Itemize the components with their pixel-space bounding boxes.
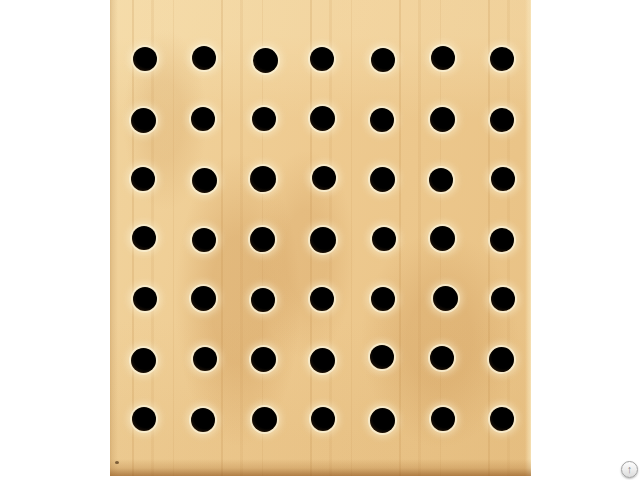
board-cell-r2c2 <box>174 89 234 149</box>
hole <box>131 167 155 191</box>
hole <box>491 167 515 191</box>
perforated-wood-panel <box>110 0 531 476</box>
board-cell-r7c1 <box>114 389 174 449</box>
board-cell-r1c5 <box>353 29 413 89</box>
board-cell-r6c5 <box>353 329 413 389</box>
hole <box>133 287 157 311</box>
board-cell-r1c3 <box>233 29 293 89</box>
hole <box>430 226 455 251</box>
hole <box>430 346 454 370</box>
back-to-top-button[interactable]: ↑ <box>621 461 638 478</box>
board-cell-r7c4 <box>293 389 353 449</box>
board-cell-r3c5 <box>353 149 413 209</box>
hole <box>431 407 455 431</box>
board-cell-r3c7 <box>472 149 532 209</box>
hole <box>310 287 334 311</box>
hole <box>489 347 514 372</box>
hole <box>132 226 156 250</box>
hole <box>490 407 514 431</box>
board-cell-r3c2 <box>174 149 234 209</box>
hole <box>433 286 458 311</box>
board-cell-r1c4 <box>293 29 353 89</box>
board-cell-r3c4 <box>293 149 353 209</box>
up-arrow-icon: ↑ <box>627 464 633 475</box>
hole <box>191 408 215 432</box>
board-cell-r6c7 <box>472 329 532 389</box>
hole <box>370 167 395 192</box>
hole <box>252 407 277 432</box>
hole <box>251 288 275 312</box>
hole <box>310 227 336 253</box>
hole <box>192 168 217 193</box>
hole <box>193 347 217 371</box>
board-cell-r2c7 <box>472 89 532 149</box>
hole <box>370 345 394 369</box>
hole <box>430 107 455 132</box>
board-cell-r5c4 <box>293 269 353 329</box>
hole <box>132 407 156 431</box>
hole <box>252 107 276 131</box>
board-cell-r7c5 <box>353 389 413 449</box>
board-cell-r4c1 <box>114 209 174 269</box>
board-cell-r6c1 <box>114 329 174 389</box>
wood-knot-speck <box>115 461 119 464</box>
board-cell-r7c6 <box>412 389 472 449</box>
board-cell-r2c6 <box>412 89 472 149</box>
board-cell-r6c6 <box>412 329 472 389</box>
board-cell-r5c6 <box>412 269 472 329</box>
board-cell-r6c2 <box>174 329 234 389</box>
hole <box>191 286 216 311</box>
board-cell-r7c3 <box>233 389 293 449</box>
board-cell-r4c5 <box>353 209 413 269</box>
board-cell-r3c1 <box>114 149 174 209</box>
board-cell-r4c6 <box>412 209 472 269</box>
board-cell-r5c1 <box>114 269 174 329</box>
hole <box>311 407 335 431</box>
hole <box>490 228 514 252</box>
hole <box>370 408 395 433</box>
board-cell-r5c3 <box>233 269 293 329</box>
board-cell-r2c1 <box>114 89 174 149</box>
hole <box>250 166 276 192</box>
board-cell-r5c2 <box>174 269 234 329</box>
hole <box>429 168 453 192</box>
board-cell-r6c4 <box>293 329 353 389</box>
board-cell-r7c2 <box>174 389 234 449</box>
board-cell-r5c7 <box>472 269 532 329</box>
board-cell-r2c4 <box>293 89 353 149</box>
hole <box>310 106 335 131</box>
hole <box>133 47 157 71</box>
board-cell-r1c1 <box>114 29 174 89</box>
board-cell-r2c3 <box>233 89 293 149</box>
board-cell-r1c2 <box>174 29 234 89</box>
hole <box>251 347 276 372</box>
hole <box>491 287 515 311</box>
hole <box>370 108 394 132</box>
hole <box>371 287 395 311</box>
board-cell-r6c3 <box>233 329 293 389</box>
hole-grid <box>110 0 531 476</box>
board-cell-r2c5 <box>353 89 413 149</box>
hole <box>371 48 395 72</box>
hole <box>191 107 215 131</box>
board-cell-r1c6 <box>412 29 472 89</box>
hole <box>192 228 216 252</box>
hole <box>253 48 278 73</box>
hole <box>431 46 455 70</box>
board-cell-r3c3 <box>233 149 293 209</box>
board-cell-r4c4 <box>293 209 353 269</box>
hole <box>490 108 514 132</box>
hole <box>310 47 334 71</box>
board-cell-r4c3 <box>233 209 293 269</box>
hole <box>372 227 396 251</box>
board-cell-r4c7 <box>472 209 532 269</box>
board-cell-r4c2 <box>174 209 234 269</box>
hole <box>310 348 335 373</box>
board-cell-r3c6 <box>412 149 472 209</box>
hole <box>250 227 275 252</box>
hole <box>192 46 216 70</box>
board-cell-r7c7 <box>472 389 532 449</box>
board-cell-r5c5 <box>353 269 413 329</box>
product-photo-perforated-panel: ↑ <box>0 0 640 480</box>
hole <box>490 47 514 71</box>
hole <box>312 166 336 190</box>
hole <box>131 348 156 373</box>
board-cell-r1c7 <box>472 29 532 89</box>
hole <box>131 108 156 133</box>
